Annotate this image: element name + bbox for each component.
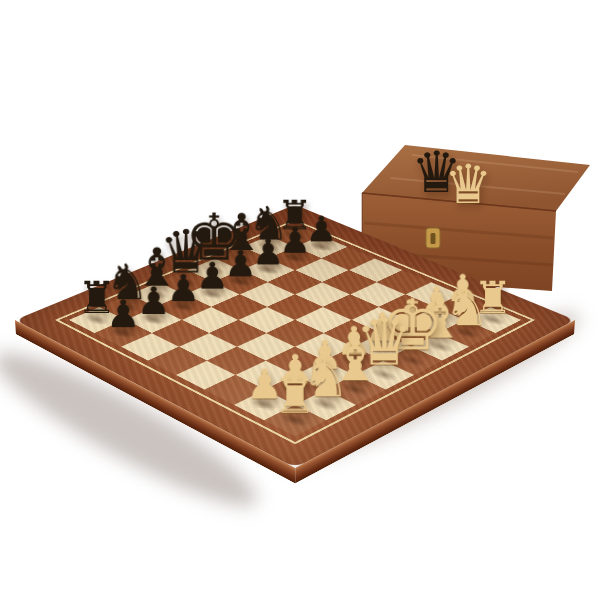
scene: ♛ ♛ ♜♟♟♜♞♟♟♞♝♟♟♝♚♟♟♚♛♟♟♛♝♟♟♝♞♟♟♞♜♟♟♜	[0, 0, 600, 600]
board-border: ♜♟♟♜♞♟♟♞♝♟♟♝♚♟♟♚♛♟♟♛♝♟♟♝♞♟♟♞♜♟♟♜	[15, 205, 575, 468]
board-scene: ♜♟♟♜♞♟♟♞♝♟♟♝♚♟♟♚♛♟♟♛♝♟♟♝♞♟♟♞♜♟♟♜	[0, 0, 600, 600]
board-grid: ♜♟♟♜♞♟♟♞♝♟♟♝♚♟♟♚♛♟♟♛♝♟♟♝♞♟♟♞♜♟♟♜	[69, 225, 522, 436]
piece-white-rook-a1[interactable]: ♜	[251, 372, 339, 420]
piece-black-pawn-a7[interactable]: ♟	[83, 295, 164, 333]
chess-board: ♜♟♟♜♞♟♟♞♝♟♟♝♚♟♟♚♛♟♟♛♝♟♟♝♞♟♟♞♜♟♟♜	[15, 205, 575, 468]
